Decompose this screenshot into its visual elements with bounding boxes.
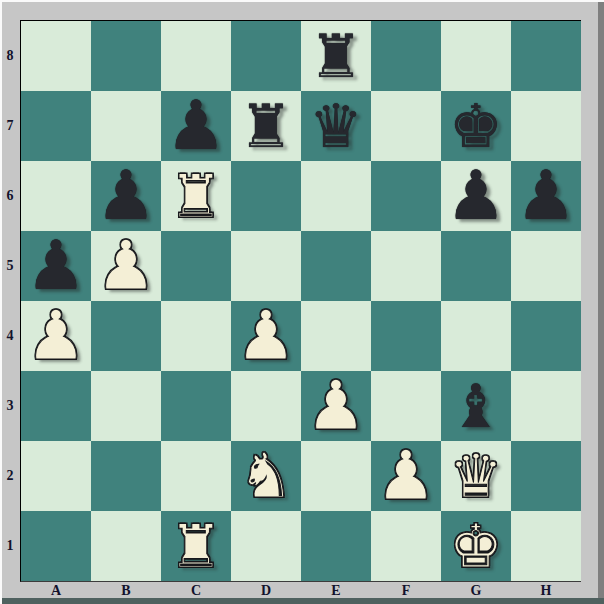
piece-white-knight-d2[interactable]: ♞	[238, 445, 294, 507]
file-label-d: D	[231, 583, 301, 598]
piece-black-pawn-h6[interactable]: ♟	[516, 162, 577, 230]
square-b1[interactable]	[91, 511, 161, 581]
square-a4[interactable]: ♟	[21, 301, 91, 371]
file-label-b: B	[91, 583, 161, 598]
square-e3[interactable]: ♟	[301, 371, 371, 441]
piece-white-rook-c1[interactable]: ♜	[169, 516, 223, 576]
rank-label-7: 7	[0, 91, 20, 161]
piece-black-rook-d7[interactable]: ♜	[239, 96, 293, 156]
piece-black-bishop-g3[interactable]: ♝	[449, 376, 503, 436]
square-f3[interactable]	[371, 371, 441, 441]
square-c3[interactable]	[161, 371, 231, 441]
file-label-a: A	[21, 583, 91, 598]
square-d2[interactable]: ♞	[231, 441, 301, 511]
piece-black-rook-e8[interactable]: ♜	[309, 26, 363, 86]
square-h4[interactable]	[511, 301, 581, 371]
square-d1[interactable]	[231, 511, 301, 581]
square-h6[interactable]: ♟	[511, 161, 581, 231]
square-e4[interactable]	[301, 301, 371, 371]
square-f7[interactable]	[371, 91, 441, 161]
square-h5[interactable]	[511, 231, 581, 301]
square-f6[interactable]	[371, 161, 441, 231]
square-d3[interactable]	[231, 371, 301, 441]
square-a1[interactable]	[21, 511, 91, 581]
square-b2[interactable]	[91, 441, 161, 511]
square-g3[interactable]: ♝	[441, 371, 511, 441]
square-c7[interactable]: ♟	[161, 91, 231, 161]
rank-label-5: 5	[0, 231, 20, 301]
file-label-h: H	[511, 583, 581, 598]
piece-black-pawn-g6[interactable]: ♟	[446, 162, 507, 230]
file-label-g: G	[441, 583, 511, 598]
frame-shadow-right	[598, 2, 604, 604]
square-a5[interactable]: ♟	[21, 231, 91, 301]
square-a3[interactable]	[21, 371, 91, 441]
chess-board-frame: ♜♟♜♛♚♟♜♟♟♟♟♟♟♟♝♞♟♛♜♚	[20, 20, 581, 582]
square-h1[interactable]	[511, 511, 581, 581]
square-a7[interactable]	[21, 91, 91, 161]
square-d8[interactable]	[231, 21, 301, 91]
square-e2[interactable]	[301, 441, 371, 511]
square-e1[interactable]	[301, 511, 371, 581]
square-g5[interactable]	[441, 231, 511, 301]
piece-black-pawn-c7[interactable]: ♟	[166, 92, 227, 160]
square-g2[interactable]: ♛	[441, 441, 511, 511]
square-f5[interactable]	[371, 231, 441, 301]
square-d6[interactable]	[231, 161, 301, 231]
square-g7[interactable]: ♚	[441, 91, 511, 161]
square-c8[interactable]	[161, 21, 231, 91]
square-a8[interactable]	[21, 21, 91, 91]
square-e5[interactable]	[301, 231, 371, 301]
frame-highlight-top	[0, 0, 604, 2]
square-g6[interactable]: ♟	[441, 161, 511, 231]
square-b7[interactable]	[91, 91, 161, 161]
square-c4[interactable]	[161, 301, 231, 371]
piece-black-king-g7[interactable]: ♚	[449, 96, 503, 156]
board-panel: ♜♟♜♛♚♟♜♟♟♟♟♟♟♟♝♞♟♛♜♚ 87654321 ABCDEFGH	[0, 0, 604, 604]
piece-black-pawn-b6[interactable]: ♟	[96, 162, 157, 230]
piece-white-pawn-f2[interactable]: ♟	[376, 442, 437, 510]
rank-label-1: 1	[0, 511, 20, 581]
square-g8[interactable]	[441, 21, 511, 91]
square-b4[interactable]	[91, 301, 161, 371]
piece-white-pawn-e3[interactable]: ♟	[306, 372, 367, 440]
square-f1[interactable]	[371, 511, 441, 581]
square-e8[interactable]: ♜	[301, 21, 371, 91]
square-d7[interactable]: ♜	[231, 91, 301, 161]
rank-label-4: 4	[0, 301, 20, 371]
piece-black-pawn-a5[interactable]: ♟	[26, 232, 87, 300]
piece-white-king-g1[interactable]: ♚	[449, 516, 503, 576]
square-c6[interactable]: ♜	[161, 161, 231, 231]
square-e6[interactable]	[301, 161, 371, 231]
square-g1[interactable]: ♚	[441, 511, 511, 581]
rank-label-6: 6	[0, 161, 20, 231]
rank-label-8: 8	[0, 21, 20, 91]
square-e7[interactable]: ♛	[301, 91, 371, 161]
piece-black-queen-e7[interactable]: ♛	[309, 96, 363, 156]
square-b6[interactable]: ♟	[91, 161, 161, 231]
file-label-c: C	[161, 583, 231, 598]
square-a2[interactable]	[21, 441, 91, 511]
square-a6[interactable]	[21, 161, 91, 231]
rank-label-2: 2	[0, 441, 20, 511]
square-h8[interactable]	[511, 21, 581, 91]
square-h3[interactable]	[511, 371, 581, 441]
square-c2[interactable]	[161, 441, 231, 511]
square-d5[interactable]	[231, 231, 301, 301]
file-label-f: F	[371, 583, 441, 598]
square-f8[interactable]	[371, 21, 441, 91]
square-c5[interactable]	[161, 231, 231, 301]
piece-white-rook-c6[interactable]: ♜	[169, 166, 223, 226]
square-h2[interactable]	[511, 441, 581, 511]
file-label-e: E	[301, 583, 371, 598]
piece-white-pawn-b5[interactable]: ♟	[96, 232, 157, 300]
square-f4[interactable]	[371, 301, 441, 371]
square-h7[interactable]	[511, 91, 581, 161]
square-b3[interactable]	[91, 371, 161, 441]
square-f2[interactable]: ♟	[371, 441, 441, 511]
piece-white-pawn-a4[interactable]: ♟	[26, 302, 87, 370]
square-g4[interactable]	[441, 301, 511, 371]
piece-white-queen-g2[interactable]: ♛	[449, 446, 503, 506]
piece-white-pawn-d4[interactable]: ♟	[236, 302, 297, 370]
square-c1[interactable]: ♜	[161, 511, 231, 581]
rank-label-3: 3	[0, 371, 20, 441]
square-b8[interactable]	[91, 21, 161, 91]
square-b5[interactable]: ♟	[91, 231, 161, 301]
frame-shadow-bottom	[2, 598, 604, 604]
square-d4[interactable]: ♟	[231, 301, 301, 371]
chess-board: ♜♟♜♛♚♟♜♟♟♟♟♟♟♟♝♞♟♛♜♚	[21, 21, 581, 581]
